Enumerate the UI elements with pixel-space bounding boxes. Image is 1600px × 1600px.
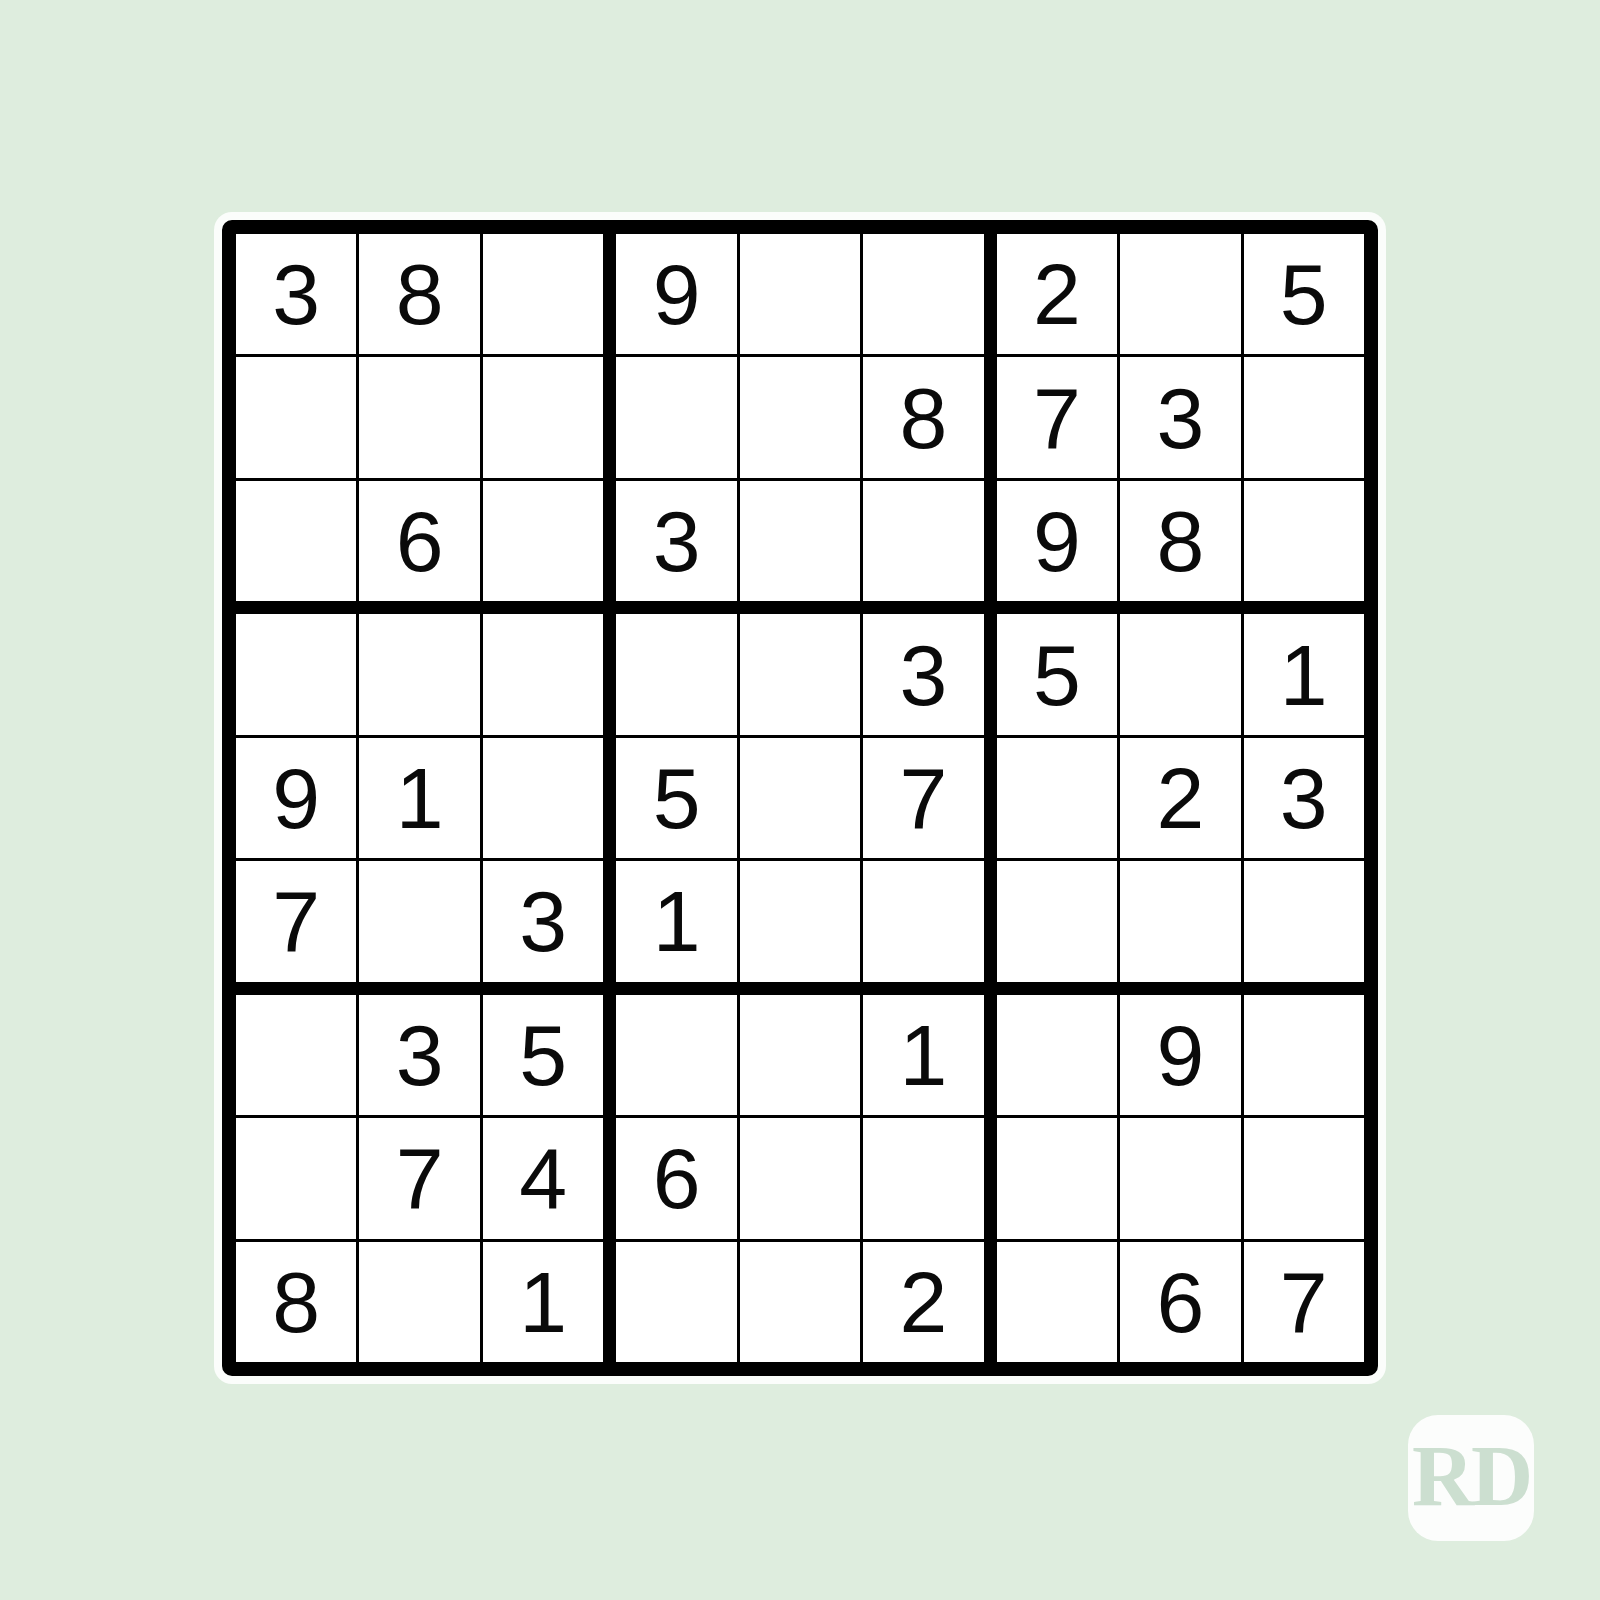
box-2-1: 9173 [236, 614, 603, 981]
cell-r5c6[interactable]: 7 [863, 738, 983, 858]
cell-r2c8[interactable]: 3 [1120, 357, 1240, 477]
cell-r1c7[interactable]: 2 [997, 234, 1117, 354]
cell-r1c2[interactable]: 8 [359, 234, 479, 354]
cell-r6c4[interactable]: 1 [616, 861, 736, 981]
cell-r5c1[interactable]: 9 [236, 738, 356, 858]
cell-r8c6[interactable] [863, 1118, 983, 1238]
cell-r7c6[interactable]: 1 [863, 995, 983, 1115]
cell-r5c2[interactable]: 1 [359, 738, 479, 858]
cell-r6c6[interactable] [863, 861, 983, 981]
cell-r7c8[interactable]: 9 [1120, 995, 1240, 1115]
box-3-3: 967 [997, 995, 1364, 1362]
cell-r9c9[interactable]: 7 [1244, 1242, 1364, 1362]
rd-logo: RD [1408, 1415, 1534, 1541]
cell-r7c9[interactable] [1244, 995, 1364, 1115]
cell-r9c3[interactable]: 1 [483, 1242, 603, 1362]
box-1-3: 257398 [997, 234, 1364, 601]
cell-r4c9[interactable]: 1 [1244, 614, 1364, 734]
cell-r6c9[interactable] [1244, 861, 1364, 981]
box-3-1: 357481 [236, 995, 603, 1362]
cell-r3c9[interactable] [1244, 481, 1364, 601]
cell-r4c4[interactable] [616, 614, 736, 734]
cell-r9c1[interactable]: 8 [236, 1242, 356, 1362]
cell-r8c5[interactable] [740, 1118, 860, 1238]
cell-r8c9[interactable] [1244, 1118, 1364, 1238]
cell-r9c7[interactable] [997, 1242, 1117, 1362]
cell-r6c3[interactable]: 3 [483, 861, 603, 981]
cell-r8c1[interactable] [236, 1118, 356, 1238]
box-2-2: 3571 [616, 614, 983, 981]
cell-r9c2[interactable] [359, 1242, 479, 1362]
cell-r6c8[interactable] [1120, 861, 1240, 981]
cell-r2c9[interactable] [1244, 357, 1364, 477]
cell-r9c8[interactable]: 6 [1120, 1242, 1240, 1362]
cell-r4c1[interactable] [236, 614, 356, 734]
cell-r6c2[interactable] [359, 861, 479, 981]
cell-r5c5[interactable] [740, 738, 860, 858]
cell-r1c8[interactable] [1120, 234, 1240, 354]
cell-r3c7[interactable]: 9 [997, 481, 1117, 601]
cell-r2c7[interactable]: 7 [997, 357, 1117, 477]
cell-r2c5[interactable] [740, 357, 860, 477]
cell-r3c1[interactable] [236, 481, 356, 601]
cell-r2c1[interactable] [236, 357, 356, 477]
cell-r3c5[interactable] [740, 481, 860, 601]
cell-r9c5[interactable] [740, 1242, 860, 1362]
cell-r2c2[interactable] [359, 357, 479, 477]
cell-r5c4[interactable]: 5 [616, 738, 736, 858]
cell-r7c1[interactable] [236, 995, 356, 1115]
cell-r3c2[interactable]: 6 [359, 481, 479, 601]
rd-logo-text: RD [1412, 1426, 1530, 1526]
cell-r3c4[interactable]: 3 [616, 481, 736, 601]
box-1-2: 983 [616, 234, 983, 601]
cell-r8c7[interactable] [997, 1118, 1117, 1238]
cell-r1c9[interactable]: 5 [1244, 234, 1364, 354]
cell-r5c3[interactable] [483, 738, 603, 858]
cell-r8c3[interactable]: 4 [483, 1118, 603, 1238]
cell-r7c5[interactable] [740, 995, 860, 1115]
cell-r4c5[interactable] [740, 614, 860, 734]
cell-r1c3[interactable] [483, 234, 603, 354]
cell-r8c2[interactable]: 7 [359, 1118, 479, 1238]
cell-r7c3[interactable]: 5 [483, 995, 603, 1115]
cell-r8c4[interactable]: 6 [616, 1118, 736, 1238]
sudoku-board: 386983257398917335715123357481162967 [222, 220, 1378, 1376]
cell-r4c3[interactable] [483, 614, 603, 734]
box-2-3: 5123 [997, 614, 1364, 981]
cell-r6c1[interactable]: 7 [236, 861, 356, 981]
cell-r7c2[interactable]: 3 [359, 995, 479, 1115]
cell-r1c1[interactable]: 3 [236, 234, 356, 354]
cell-r6c7[interactable] [997, 861, 1117, 981]
cell-r7c7[interactable] [997, 995, 1117, 1115]
cell-r4c7[interactable]: 5 [997, 614, 1117, 734]
box-1-1: 386 [236, 234, 603, 601]
cell-r7c4[interactable] [616, 995, 736, 1115]
cell-r5c9[interactable]: 3 [1244, 738, 1364, 858]
cell-r1c6[interactable] [863, 234, 983, 354]
cell-r2c3[interactable] [483, 357, 603, 477]
cell-r3c3[interactable] [483, 481, 603, 601]
cell-r4c2[interactable] [359, 614, 479, 734]
cell-r2c4[interactable] [616, 357, 736, 477]
cell-r1c4[interactable]: 9 [616, 234, 736, 354]
cell-r8c8[interactable] [1120, 1118, 1240, 1238]
cell-r9c4[interactable] [616, 1242, 736, 1362]
cell-r1c5[interactable] [740, 234, 860, 354]
cell-r5c7[interactable] [997, 738, 1117, 858]
cell-r6c5[interactable] [740, 861, 860, 981]
cell-r3c8[interactable]: 8 [1120, 481, 1240, 601]
cell-r4c8[interactable] [1120, 614, 1240, 734]
cell-r4c6[interactable]: 3 [863, 614, 983, 734]
cell-r9c6[interactable]: 2 [863, 1242, 983, 1362]
cell-r2c6[interactable]: 8 [863, 357, 983, 477]
cell-r5c8[interactable]: 2 [1120, 738, 1240, 858]
box-3-2: 162 [616, 995, 983, 1362]
cell-r3c6[interactable] [863, 481, 983, 601]
